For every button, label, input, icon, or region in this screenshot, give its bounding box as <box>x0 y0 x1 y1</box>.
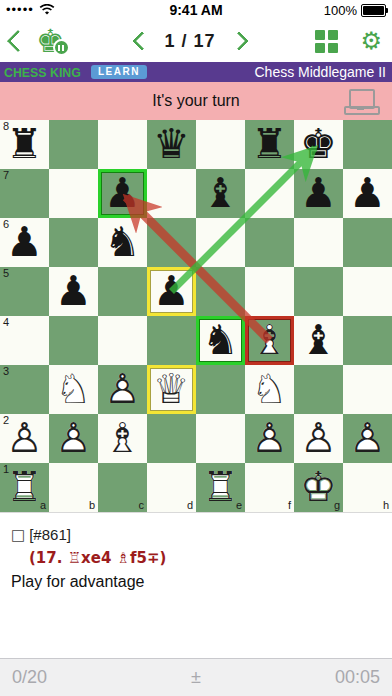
square-f4[interactable]: ♝♗ <box>245 316 294 365</box>
piece-black-knight[interactable]: ♞ <box>196 316 245 365</box>
square-c5[interactable] <box>98 267 147 316</box>
app-screen: ••••• 9:41 AM 100% ♚ 1 / 17 ⚙ <box>0 0 392 696</box>
puzzle-counter: 1 / 17 <box>165 31 216 52</box>
back-button[interactable] <box>7 30 30 53</box>
square-f8[interactable]: ♜ <box>245 120 294 169</box>
square-c8[interactable] <box>98 120 147 169</box>
piece-black-pawn[interactable]: ♟ <box>98 169 147 218</box>
piece-black-rook[interactable]: ♜ <box>245 120 294 169</box>
square-e7[interactable]: ♝ <box>196 169 245 218</box>
square-g2[interactable]: ♟♙ <box>294 414 343 463</box>
timer-display: 00:05 <box>335 667 380 688</box>
file-label-f: f <box>288 500 291 511</box>
rank-label-3: 3 <box>3 366 9 377</box>
square-d2[interactable] <box>147 414 196 463</box>
chess-board: 8♜♛♜♚7♟♝♟♟6♟♞5♟♟4♞♝♗♝3♞♘♟♙♛♕♞♘2♟♙♟♙♝♗♟♙♟… <box>0 120 392 512</box>
square-c1[interactable]: c <box>98 463 147 512</box>
square-c2[interactable]: ♝♗ <box>98 414 147 463</box>
square-h8[interactable] <box>343 120 392 169</box>
square-b8[interactable] <box>49 120 98 169</box>
piece-white-bishop[interactable]: ♗ <box>98 414 147 463</box>
square-e2[interactable] <box>196 414 245 463</box>
puzzle-list-button[interactable] <box>315 30 338 53</box>
piece-black-pawn[interactable]: ♟ <box>294 169 343 218</box>
square-h1[interactable]: h <box>343 463 392 512</box>
puzzle-notes: □[#861] (17. ♖xe4 ♗f5∓) Play for advanta… <box>0 513 392 648</box>
square-b1[interactable]: b <box>49 463 98 512</box>
square-f7[interactable] <box>245 169 294 218</box>
square-c4[interactable] <box>98 316 147 365</box>
file-label-b: b <box>89 500 95 511</box>
square-g1[interactable]: g♚♔ <box>294 463 343 512</box>
square-a7[interactable]: 7 <box>0 169 49 218</box>
square-d3[interactable]: ♛♕ <box>147 365 196 414</box>
square-f5[interactable] <box>245 267 294 316</box>
rank-label-5: 5 <box>3 268 9 279</box>
square-e4[interactable]: ♞ <box>196 316 245 365</box>
piece-white-knight[interactable]: ♘ <box>49 365 98 414</box>
piece-black-pawn[interactable]: ♟ <box>147 267 196 316</box>
piece-white-rook[interactable]: ♖ <box>0 463 49 512</box>
piece-black-king[interactable]: ♚ <box>294 120 343 169</box>
puzzle-id-line: □[#861] <box>11 523 381 547</box>
rank-label-7: 7 <box>3 170 9 181</box>
square-g7[interactable]: ♟ <box>294 169 343 218</box>
piece-white-pawn[interactable]: ♙ <box>294 414 343 463</box>
square-b7[interactable] <box>49 169 98 218</box>
square-e6[interactable] <box>196 218 245 267</box>
piece-white-pawn[interactable]: ♙ <box>49 414 98 463</box>
square-g6[interactable] <box>294 218 343 267</box>
square-d8[interactable]: ♛ <box>147 120 196 169</box>
file-label-h: h <box>383 500 389 511</box>
pause-badge-icon <box>53 39 70 56</box>
puzzle-id: [#861] <box>29 526 71 543</box>
score-display: 0/20 <box>12 667 47 688</box>
square-h3[interactable] <box>343 365 392 414</box>
square-a5[interactable]: 5 <box>0 267 49 316</box>
square-c3[interactable]: ♟♙ <box>98 365 147 414</box>
square-b4[interactable] <box>49 316 98 365</box>
square-d4[interactable] <box>147 316 196 365</box>
piece-white-rook[interactable]: ♖ <box>196 463 245 512</box>
square-a2[interactable]: 2♟♙ <box>0 414 49 463</box>
next-puzzle-button[interactable] <box>229 31 249 51</box>
piece-black-rook[interactable]: ♜ <box>0 120 49 169</box>
status-bar: ••••• 9:41 AM 100% <box>0 0 392 20</box>
piece-black-pawn[interactable]: ♟ <box>0 218 49 267</box>
square-h6[interactable] <box>343 218 392 267</box>
brand-name: CHESS KING <box>4 65 81 80</box>
learn-badge: LEARN <box>91 65 147 79</box>
square-h4[interactable] <box>343 316 392 365</box>
square-a8[interactable]: 8♜ <box>0 120 49 169</box>
square-c6[interactable]: ♞ <box>98 218 147 267</box>
battery-icon <box>361 4 386 17</box>
square-e1[interactable]: e♜♖ <box>196 463 245 512</box>
prev-puzzle-button[interactable] <box>132 31 152 51</box>
square-a4[interactable]: 4 <box>0 316 49 365</box>
piece-white-pawn[interactable]: ♙ <box>98 365 147 414</box>
piece-black-pawn[interactable]: ♟ <box>343 169 392 218</box>
brand-bar: CHESS KING LEARN Chess Middlegame II <box>0 62 392 82</box>
square-h5[interactable] <box>343 267 392 316</box>
file-label-d: d <box>187 500 193 511</box>
turn-banner: It's your turn <box>0 82 392 120</box>
piece-white-pawn[interactable]: ♙ <box>245 414 294 463</box>
square-e5[interactable] <box>196 267 245 316</box>
square-d6[interactable] <box>147 218 196 267</box>
piece-black-pawn[interactable]: ♟ <box>49 267 98 316</box>
piece-black-queen[interactable]: ♛ <box>147 120 196 169</box>
square-b3[interactable]: ♞♘ <box>49 365 98 414</box>
square-h7[interactable]: ♟ <box>343 169 392 218</box>
piece-white-knight[interactable]: ♘ <box>245 365 294 414</box>
square-g3[interactable] <box>294 365 343 414</box>
square-b6[interactable] <box>49 218 98 267</box>
eval-display: ± <box>0 667 392 688</box>
piece-black-bishop[interactable]: ♝ <box>196 169 245 218</box>
square-c7[interactable]: ♟ <box>98 169 147 218</box>
square-a1[interactable]: 1a♜♖ <box>0 463 49 512</box>
chess-king-logo[interactable]: ♚ <box>36 25 65 57</box>
turn-message: It's your turn <box>152 92 240 110</box>
settings-gear-button[interactable]: ⚙ <box>360 29 382 53</box>
battery-percent: 100% <box>324 3 357 18</box>
square-a3[interactable]: 3 <box>0 365 49 414</box>
square-f3[interactable]: ♞♘ <box>245 365 294 414</box>
piece-white-queen[interactable]: ♕ <box>147 365 196 414</box>
square-d7[interactable] <box>147 169 196 218</box>
variation-line: (17. ♖xe4 ♗f5∓) <box>11 547 381 570</box>
footer-bar: 0/20 ± 00:05 <box>0 658 392 696</box>
rank-label-4: 4 <box>3 317 9 328</box>
square-f1[interactable]: f <box>245 463 294 512</box>
square-g5[interactable] <box>294 267 343 316</box>
square-f2[interactable]: ♟♙ <box>245 414 294 463</box>
square-h2[interactable]: ♟♙ <box>343 414 392 463</box>
piece-black-bishop[interactable]: ♝ <box>294 316 343 365</box>
square-e3[interactable] <box>196 365 245 414</box>
square-d5[interactable]: ♟ <box>147 267 196 316</box>
nav-bar: ♚ 1 / 17 ⚙ <box>0 20 392 62</box>
course-title: Chess Middlegame II <box>254 64 386 80</box>
piece-white-pawn[interactable]: ♙ <box>0 414 49 463</box>
square-b5[interactable]: ♟ <box>49 267 98 316</box>
piece-white-king[interactable]: ♔ <box>294 463 343 512</box>
file-label-c: c <box>139 500 145 511</box>
square-g8[interactable]: ♚ <box>294 120 343 169</box>
square-g4[interactable]: ♝ <box>294 316 343 365</box>
instruction-text: Play for advantage <box>11 570 381 593</box>
computer-icon[interactable] <box>344 89 378 113</box>
square-a6[interactable]: 6♟ <box>0 218 49 267</box>
square-b2[interactable]: ♟♙ <box>49 414 98 463</box>
square-e8[interactable] <box>196 120 245 169</box>
piece-white-bishop[interactable]: ♗ <box>245 316 294 365</box>
side-to-move-marker: □ <box>11 526 25 544</box>
chess-board-area: 8♜♛♜♚7♟♝♟♟6♟♞5♟♟4♞♝♗♝3♞♘♟♙♛♕♞♘2♟♙♟♙♝♗♟♙♟… <box>0 120 392 513</box>
square-f6[interactable] <box>245 218 294 267</box>
piece-black-knight[interactable]: ♞ <box>98 218 147 267</box>
square-d1[interactable]: d <box>147 463 196 512</box>
piece-white-pawn[interactable]: ♙ <box>343 414 392 463</box>
